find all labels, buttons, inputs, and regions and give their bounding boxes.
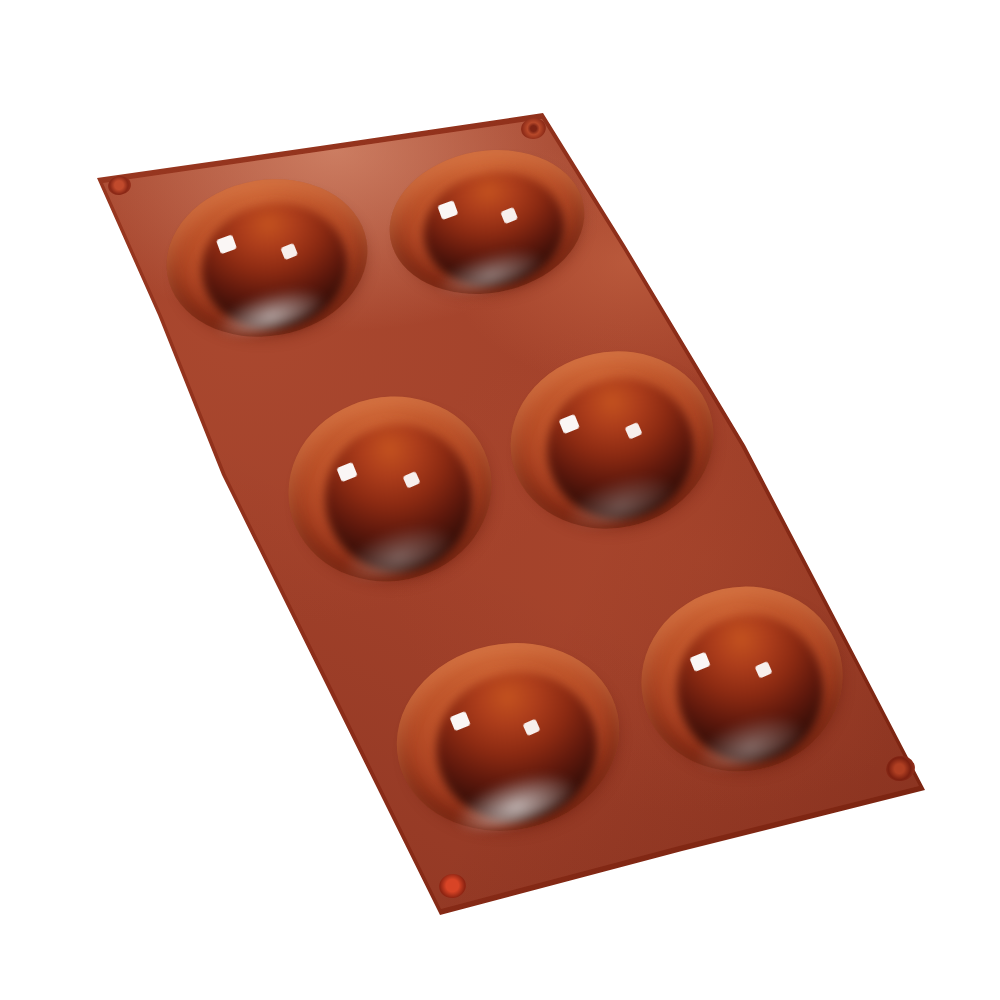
product-photo [0,0,1000,1000]
